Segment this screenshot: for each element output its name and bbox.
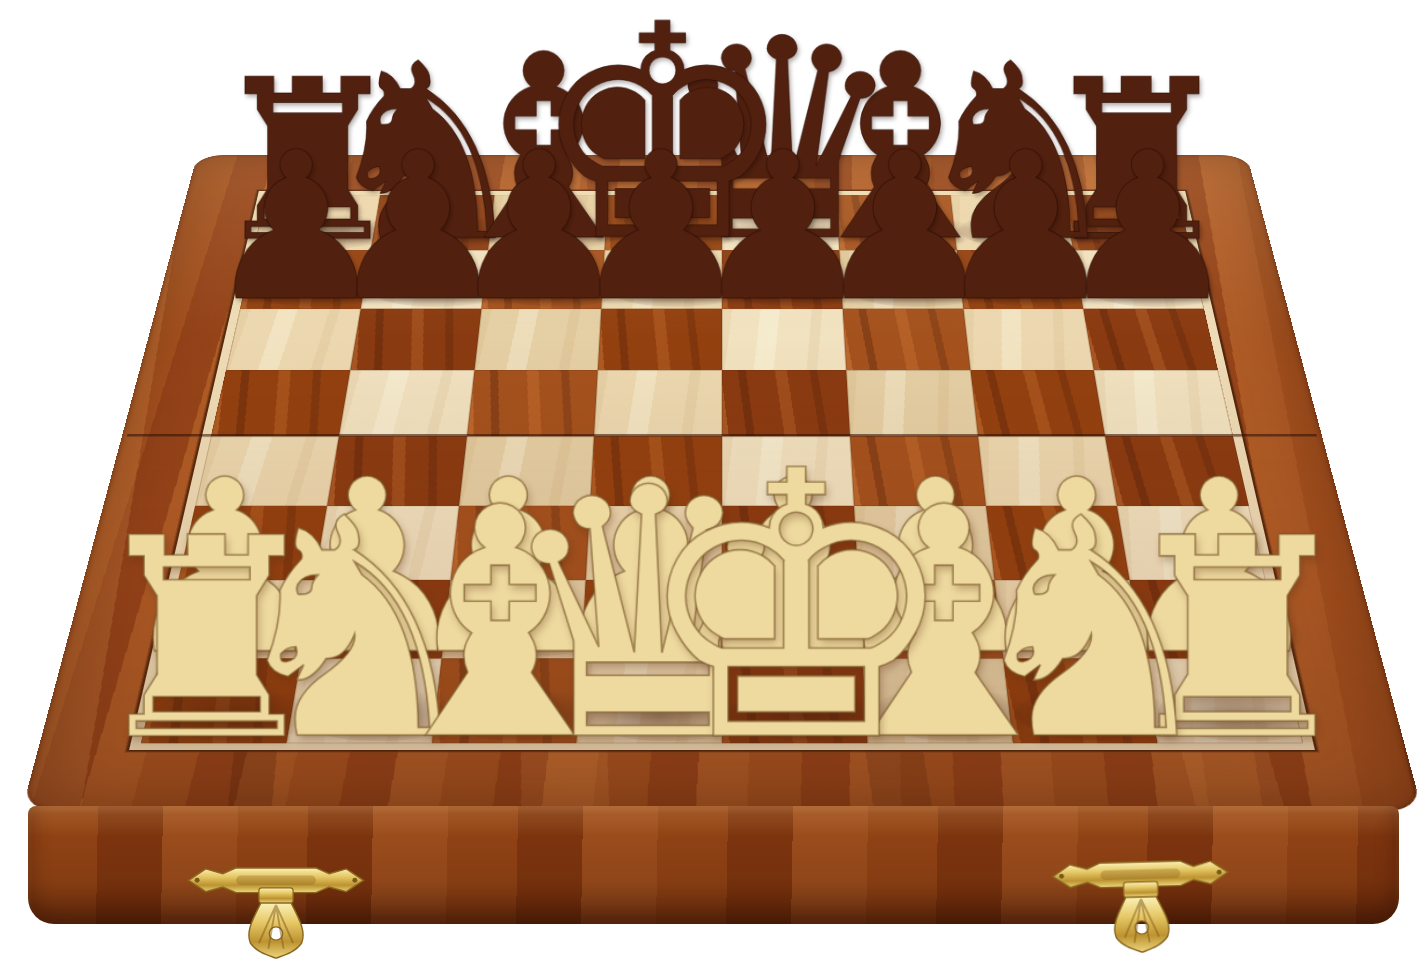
brass-latch-left (181, 848, 371, 962)
board-grid: ♜♞♝♚♛♝♞♜♟♟♟♟♟♟♟♟♟♟♟♟♟♟♟♟♜♞♝♛♚♝♞♜ (129, 191, 1315, 750)
chess-board: ♜♞♝♚♛♝♞♜♟♟♟♟♟♟♟♟♟♟♟♟♟♟♟♟♜♞♝♛♚♝♞♜ (22, 155, 1423, 811)
square-e1[interactable]: ♚ (722, 659, 867, 743)
piece-white-king[interactable]: ♚ (631, 424, 961, 793)
product-photo-stage: ♜♞♝♚♛♝♞♜♟♟♟♟♟♟♟♟♟♟♟♟♟♟♟♟♜♞♝♛♚♝♞♜ (0, 0, 1427, 966)
piece-black-pawn[interactable]: ♟ (1056, 125, 1240, 330)
square-b5[interactable] (339, 370, 474, 436)
square-h5[interactable] (1094, 370, 1233, 436)
brass-latch-right (1045, 840, 1238, 959)
latch-hinge (259, 888, 293, 903)
latch-pendant (249, 903, 303, 958)
square-g5[interactable] (970, 370, 1105, 436)
square-a5[interactable] (211, 370, 350, 436)
square-h7[interactable]: ♟ (1073, 250, 1203, 308)
